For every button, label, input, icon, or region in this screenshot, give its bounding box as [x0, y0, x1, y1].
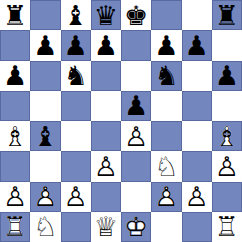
square-h8[interactable]: ♜︎: [212, 0, 242, 30]
piece-white-bishop[interactable]: ♝︎♗︎: [0, 121, 30, 151]
bishop-glyph: ♝︎: [61, 0, 91, 30]
square-e1[interactable]: ♚︎♔︎: [121, 212, 151, 242]
square-e5[interactable]: ♟︎: [121, 91, 151, 121]
piece-black-pawn[interactable]: ♟︎: [0, 61, 30, 91]
pawn-glyph: ♟︎: [91, 30, 121, 60]
square-a2[interactable]: ♟︎♙︎: [0, 182, 30, 212]
knight-glyph: ♞︎: [151, 61, 181, 91]
pawn-glyph: ♟︎: [212, 61, 242, 91]
piece-black-knight[interactable]: ♞︎: [151, 61, 181, 91]
square-f6[interactable]: ♞︎: [151, 61, 181, 91]
pawn-glyph: ♟︎: [0, 61, 30, 91]
square-c8[interactable]: ♝︎: [61, 0, 91, 30]
piece-black-pawn[interactable]: ♟︎: [182, 30, 212, 60]
square-g4[interactable]: [182, 121, 212, 151]
square-d4[interactable]: [91, 121, 121, 151]
square-g3[interactable]: [182, 151, 212, 181]
square-c2[interactable]: ♟︎♙︎: [61, 182, 91, 212]
rook-glyph: ♜︎: [212, 0, 242, 30]
square-f8[interactable]: [151, 0, 181, 30]
pawn-glyph-outline: ♙︎: [121, 121, 151, 151]
square-g8[interactable]: [182, 0, 212, 30]
pawn-glyph: ♟︎: [121, 91, 151, 121]
square-g5[interactable]: [182, 91, 212, 121]
queen-glyph-outline: ♕︎: [91, 212, 121, 242]
pawn-glyph: ♟︎: [182, 30, 212, 60]
piece-black-pawn[interactable]: ♟︎: [121, 91, 151, 121]
square-h5[interactable]: [212, 91, 242, 121]
square-f7[interactable]: ♟︎: [151, 30, 181, 60]
square-c5[interactable]: [61, 91, 91, 121]
piece-white-pawn[interactable]: ♟︎♙︎: [151, 182, 181, 212]
bishop-glyph-outline: ♗︎: [212, 121, 242, 151]
piece-white-pawn[interactable]: ♟︎♙︎: [212, 151, 242, 181]
pawn-glyph: ♟︎: [61, 30, 91, 60]
knight-glyph: ♞︎: [61, 61, 91, 91]
square-h1[interactable]: ♜︎♖︎: [212, 212, 242, 242]
piece-black-rook[interactable]: ♜︎: [0, 0, 30, 30]
pawn-glyph: ♟︎: [30, 30, 60, 60]
square-d7[interactable]: ♟︎: [91, 30, 121, 60]
square-h2[interactable]: [212, 182, 242, 212]
square-e4[interactable]: ♟︎♙︎: [121, 121, 151, 151]
square-b4[interactable]: ♝︎: [30, 121, 60, 151]
piece-white-king[interactable]: ♚︎♔︎: [121, 212, 151, 242]
square-c7[interactable]: ♟︎: [61, 30, 91, 60]
square-a3[interactable]: [0, 151, 30, 181]
square-f1[interactable]: [151, 212, 181, 242]
square-a6[interactable]: ♟︎: [0, 61, 30, 91]
square-f4[interactable]: [151, 121, 181, 151]
king-glyph-outline: ♔︎: [121, 212, 151, 242]
piece-black-bishop[interactable]: ♝︎: [30, 121, 60, 151]
square-c4[interactable]: [61, 121, 91, 151]
square-a1[interactable]: ♜︎♖︎: [0, 212, 30, 242]
bishop-glyph: ♝︎: [30, 121, 60, 151]
piece-black-king[interactable]: ♚︎: [121, 0, 151, 30]
square-d6[interactable]: [91, 61, 121, 91]
square-d1[interactable]: ♛︎♕︎: [91, 212, 121, 242]
piece-white-rook[interactable]: ♜︎♖︎: [0, 212, 30, 242]
rook-glyph: ♜︎: [0, 0, 30, 30]
square-d3[interactable]: ♟︎♙︎: [91, 151, 121, 181]
square-e7[interactable]: [121, 30, 151, 60]
piece-black-pawn[interactable]: ♟︎: [61, 30, 91, 60]
square-b8[interactable]: [30, 0, 60, 30]
square-c3[interactable]: [61, 151, 91, 181]
square-f3[interactable]: ♞︎♘︎: [151, 151, 181, 181]
square-e6[interactable]: [121, 61, 151, 91]
rook-glyph-outline: ♖︎: [0, 212, 30, 242]
rook-glyph-outline: ♖︎: [212, 212, 242, 242]
piece-black-pawn[interactable]: ♟︎: [91, 30, 121, 60]
square-h3[interactable]: ♟︎♙︎: [212, 151, 242, 181]
pawn-glyph-outline: ♙︎: [0, 182, 30, 212]
piece-black-queen[interactable]: ♛︎: [91, 0, 121, 30]
knight-glyph-outline: ♘︎: [30, 212, 60, 242]
square-a7[interactable]: [0, 30, 30, 60]
piece-white-knight[interactable]: ♞︎♘︎: [151, 151, 181, 181]
square-h4[interactable]: ♝︎♗︎: [212, 121, 242, 151]
piece-black-knight[interactable]: ♞︎: [61, 61, 91, 91]
bishop-glyph-outline: ♗︎: [0, 121, 30, 151]
square-g6[interactable]: [182, 61, 212, 91]
square-c1[interactable]: [61, 212, 91, 242]
queen-glyph: ♛︎: [91, 0, 121, 30]
square-f5[interactable]: [151, 91, 181, 121]
piece-black-pawn[interactable]: ♟︎: [212, 61, 242, 91]
square-a5[interactable]: [0, 91, 30, 121]
square-h7[interactable]: [212, 30, 242, 60]
chess-board: ♜︎♝︎♛︎♚︎♜︎♟︎♟︎♟︎♟︎♟︎♟︎♞︎♞︎♟︎♟︎♝︎♗︎♝︎♟︎♙︎…: [0, 0, 242, 242]
square-g2[interactable]: ♟︎♙︎: [182, 182, 212, 212]
square-d5[interactable]: [91, 91, 121, 121]
piece-black-pawn[interactable]: ♟︎: [30, 30, 60, 60]
square-c6[interactable]: ♞︎: [61, 61, 91, 91]
piece-white-pawn[interactable]: ♟︎♙︎: [182, 182, 212, 212]
pawn-glyph-outline: ♙︎: [151, 182, 181, 212]
square-b1[interactable]: ♞︎♘︎: [30, 212, 60, 242]
square-b6[interactable]: [30, 61, 60, 91]
piece-white-pawn[interactable]: ♟︎♙︎: [0, 182, 30, 212]
pawn-glyph-outline: ♙︎: [30, 182, 60, 212]
pawn-glyph-outline: ♙︎: [61, 182, 91, 212]
piece-white-pawn[interactable]: ♟︎♙︎: [61, 182, 91, 212]
piece-white-bishop[interactable]: ♝︎♗︎: [212, 121, 242, 151]
knight-glyph-outline: ♘︎: [151, 151, 181, 181]
piece-white-pawn[interactable]: ♟︎♙︎: [30, 182, 60, 212]
piece-white-knight[interactable]: ♞︎♘︎: [30, 212, 60, 242]
square-e2[interactable]: [121, 182, 151, 212]
square-g7[interactable]: ♟︎: [182, 30, 212, 60]
square-b2[interactable]: ♟︎♙︎: [30, 182, 60, 212]
pawn-glyph-outline: ♙︎: [91, 151, 121, 181]
square-a4[interactable]: ♝︎♗︎: [0, 121, 30, 151]
piece-black-rook[interactable]: ♜︎: [212, 0, 242, 30]
square-b3[interactable]: [30, 151, 60, 181]
square-d8[interactable]: ♛︎: [91, 0, 121, 30]
square-b5[interactable]: [30, 91, 60, 121]
piece-black-pawn[interactable]: ♟︎: [151, 30, 181, 60]
square-e3[interactable]: [121, 151, 151, 181]
square-a8[interactable]: ♜︎: [0, 0, 30, 30]
square-e8[interactable]: ♚︎: [121, 0, 151, 30]
square-f2[interactable]: ♟︎♙︎: [151, 182, 181, 212]
square-b7[interactable]: ♟︎: [30, 30, 60, 60]
piece-white-pawn[interactable]: ♟︎♙︎: [121, 121, 151, 151]
square-g1[interactable]: [182, 212, 212, 242]
pawn-glyph: ♟︎: [151, 30, 181, 60]
piece-white-queen[interactable]: ♛︎♕︎: [91, 212, 121, 242]
square-d2[interactable]: [91, 182, 121, 212]
piece-black-bishop[interactable]: ♝︎: [61, 0, 91, 30]
square-h6[interactable]: ♟︎: [212, 61, 242, 91]
pawn-glyph-outline: ♙︎: [212, 151, 242, 181]
piece-white-pawn[interactable]: ♟︎♙︎: [91, 151, 121, 181]
piece-white-rook[interactable]: ♜︎♖︎: [212, 212, 242, 242]
king-glyph: ♚︎: [121, 0, 151, 30]
pawn-glyph-outline: ♙︎: [182, 182, 212, 212]
